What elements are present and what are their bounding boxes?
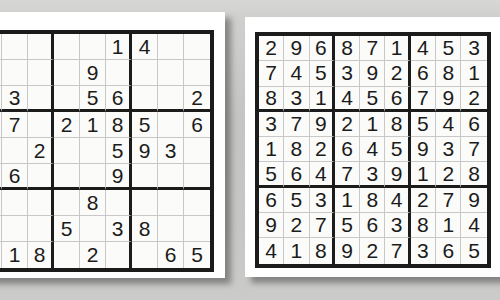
sudoku-cell: 3 — [461, 36, 486, 61]
sudoku-cell: 9 — [259, 213, 284, 238]
sudoku-cell — [28, 164, 54, 190]
sudoku-cell: 8 — [132, 216, 158, 242]
sudoku-cell: 9 — [80, 60, 106, 86]
sudoku-cell: 5 — [360, 87, 385, 112]
sudoku-cell: 6 — [385, 87, 410, 112]
sudoku-cell — [28, 216, 54, 242]
sudoku-cell — [158, 164, 184, 190]
sudoku-cell — [106, 242, 132, 268]
sudoku-cell: 3 — [259, 112, 284, 137]
sudoku-cell: 5 — [184, 242, 210, 268]
sudoku-cell: 2 — [461, 87, 486, 112]
puzzle-card: 1493562721856259369853818265 — [0, 12, 225, 278]
sudoku-cell: 3 — [158, 138, 184, 164]
solution-card: 2968714537453926818314567923792185461826… — [245, 17, 500, 277]
sudoku-cell: 8 — [385, 112, 410, 137]
sudoku-cell — [132, 242, 158, 268]
sudoku-cell: 2 — [436, 162, 461, 187]
sudoku-cell: 4 — [259, 238, 284, 263]
sudoku-cell: 6 — [436, 238, 461, 263]
sudoku-cell: 3 — [360, 162, 385, 187]
sudoku-cell: 6 — [284, 162, 309, 187]
sudoku-cell: 7 — [360, 36, 385, 61]
sudoku-cell — [2, 190, 28, 216]
sudoku-cell — [80, 138, 106, 164]
sudoku-cell: 1 — [284, 238, 309, 263]
sudoku-cell — [184, 34, 210, 60]
sudoku-cell: 7 — [284, 112, 309, 137]
sudoku-cell: 2 — [259, 36, 284, 61]
scene: 1493562721856259369853818265 29687145374… — [0, 0, 500, 300]
sudoku-cell: 8 — [411, 213, 436, 238]
sudoku-cell: 5 — [436, 36, 461, 61]
sudoku-cell — [28, 86, 54, 112]
sudoku-cell: 4 — [360, 137, 385, 162]
sudoku-cell: 3 — [335, 61, 360, 86]
sudoku-cell — [80, 216, 106, 242]
sudoku-cell: 4 — [132, 34, 158, 60]
sudoku-cell: 9 — [335, 238, 360, 263]
sudoku-cell: 6 — [158, 242, 184, 268]
sudoku-cell: 7 — [436, 188, 461, 213]
sudoku-cell: 9 — [385, 162, 410, 187]
sudoku-cell — [54, 34, 80, 60]
sudoku-cell: 6 — [106, 86, 132, 112]
sudoku-cell: 4 — [436, 112, 461, 137]
sudoku-cell — [184, 138, 210, 164]
sudoku-cell: 2 — [385, 61, 410, 86]
sudoku-cell: 1 — [310, 87, 335, 112]
solution-grid: 2968714537453926818314567923792185461826… — [255, 32, 491, 268]
sudoku-cell: 5 — [54, 216, 80, 242]
sudoku-cell: 5 — [335, 213, 360, 238]
sudoku-cell: 9 — [360, 61, 385, 86]
sudoku-cell: 9 — [411, 137, 436, 162]
sudoku-cell: 5 — [385, 137, 410, 162]
sudoku-cell — [2, 138, 28, 164]
sudoku-cell: 6 — [2, 164, 28, 190]
sudoku-cell — [2, 34, 28, 60]
sudoku-cell: 3 — [385, 213, 410, 238]
sudoku-cell: 3 — [106, 216, 132, 242]
sudoku-cell: 8 — [28, 242, 54, 268]
sudoku-cell — [28, 112, 54, 138]
sudoku-cell: 7 — [259, 61, 284, 86]
sudoku-cell: 2 — [80, 242, 106, 268]
sudoku-cell — [28, 60, 54, 86]
sudoku-cell: 8 — [436, 61, 461, 86]
sudoku-cell: 9 — [132, 138, 158, 164]
sudoku-cell: 2 — [335, 112, 360, 137]
sudoku-cell: 5 — [80, 86, 106, 112]
sudoku-cell: 9 — [461, 188, 486, 213]
sudoku-cell: 4 — [284, 61, 309, 86]
sudoku-cell — [2, 60, 28, 86]
sudoku-cell: 1 — [2, 242, 28, 268]
sudoku-cell — [158, 34, 184, 60]
sudoku-cell: 6 — [259, 188, 284, 213]
sudoku-cell: 1 — [360, 112, 385, 137]
sudoku-cell — [80, 34, 106, 60]
sudoku-cell: 6 — [360, 213, 385, 238]
sudoku-cell: 8 — [335, 36, 360, 61]
sudoku-cell — [132, 60, 158, 86]
sudoku-cell — [158, 60, 184, 86]
sudoku-cell: 5 — [461, 238, 486, 263]
sudoku-cell — [106, 60, 132, 86]
sudoku-cell: 1 — [80, 112, 106, 138]
sudoku-cell — [54, 242, 80, 268]
sudoku-cell: 2 — [360, 238, 385, 263]
sudoku-cell — [54, 138, 80, 164]
sudoku-cell: 1 — [411, 162, 436, 187]
sudoku-cell: 5 — [310, 61, 335, 86]
sudoku-cell — [158, 112, 184, 138]
sudoku-cell — [54, 60, 80, 86]
sudoku-cell: 5 — [411, 112, 436, 137]
sudoku-cell — [28, 34, 54, 60]
sudoku-cell: 6 — [335, 137, 360, 162]
sudoku-cell: 5 — [284, 188, 309, 213]
sudoku-cell: 9 — [284, 36, 309, 61]
sudoku-cell: 2 — [411, 188, 436, 213]
sudoku-cell: 4 — [461, 213, 486, 238]
sudoku-cell — [54, 190, 80, 216]
sudoku-cell: 5 — [106, 138, 132, 164]
sudoku-cell: 2 — [310, 137, 335, 162]
sudoku-cell: 3 — [284, 87, 309, 112]
sudoku-cell: 7 — [385, 238, 410, 263]
sudoku-cell — [184, 164, 210, 190]
sudoku-cell: 7 — [461, 137, 486, 162]
sudoku-cell — [106, 190, 132, 216]
sudoku-cell: 8 — [310, 238, 335, 263]
sudoku-cell: 1 — [436, 213, 461, 238]
sudoku-cell — [184, 216, 210, 242]
sudoku-cell — [132, 86, 158, 112]
sudoku-cell: 7 — [411, 87, 436, 112]
sudoku-cell: 2 — [284, 213, 309, 238]
sudoku-cell: 2 — [184, 86, 210, 112]
sudoku-cell: 8 — [80, 190, 106, 216]
sudoku-cell: 5 — [259, 162, 284, 187]
sudoku-cell: 4 — [385, 188, 410, 213]
sudoku-cell — [158, 190, 184, 216]
sudoku-cell: 1 — [461, 61, 486, 86]
sudoku-cell — [132, 164, 158, 190]
sudoku-cell — [2, 216, 28, 242]
puzzle-grid: 1493562721856259369853818265 — [0, 30, 214, 272]
sudoku-cell — [184, 60, 210, 86]
sudoku-cell: 1 — [335, 188, 360, 213]
sudoku-cell: 4 — [411, 36, 436, 61]
sudoku-cell: 7 — [2, 112, 28, 138]
sudoku-cell: 3 — [2, 86, 28, 112]
sudoku-cell — [184, 190, 210, 216]
sudoku-cell: 8 — [106, 112, 132, 138]
sudoku-cell: 3 — [436, 137, 461, 162]
sudoku-cell — [54, 86, 80, 112]
sudoku-cell: 3 — [411, 238, 436, 263]
sudoku-cell: 1 — [259, 137, 284, 162]
sudoku-cell: 6 — [310, 36, 335, 61]
sudoku-cell: 3 — [310, 188, 335, 213]
sudoku-cell: 7 — [310, 213, 335, 238]
sudoku-cell: 5 — [132, 112, 158, 138]
sudoku-cell — [158, 216, 184, 242]
sudoku-cell: 7 — [335, 162, 360, 187]
sudoku-cell: 1 — [106, 34, 132, 60]
sudoku-cell: 8 — [461, 162, 486, 187]
sudoku-cell: 6 — [461, 112, 486, 137]
sudoku-cell — [158, 86, 184, 112]
sudoku-cell: 2 — [54, 112, 80, 138]
sudoku-cell — [28, 190, 54, 216]
sudoku-cell — [54, 164, 80, 190]
sudoku-cell: 6 — [184, 112, 210, 138]
sudoku-cell: 8 — [259, 87, 284, 112]
sudoku-cell: 4 — [310, 162, 335, 187]
sudoku-cell: 8 — [360, 188, 385, 213]
sudoku-cell — [80, 164, 106, 190]
sudoku-cell: 2 — [28, 138, 54, 164]
sudoku-cell: 1 — [385, 36, 410, 61]
sudoku-cell: 9 — [310, 112, 335, 137]
sudoku-cell: 4 — [335, 87, 360, 112]
sudoku-cell: 9 — [436, 87, 461, 112]
sudoku-cell: 8 — [284, 137, 309, 162]
sudoku-cell: 9 — [106, 164, 132, 190]
sudoku-cell: 6 — [411, 61, 436, 86]
sudoku-cell — [132, 190, 158, 216]
